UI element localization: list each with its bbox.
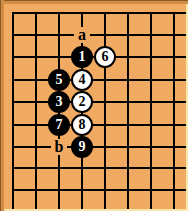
- grid-line-horizontal-5: [12, 101, 186, 103]
- board-cut-edge-bottom: [4, 209, 188, 211]
- grid-line-horizontal-4: [12, 79, 186, 81]
- board-frame-left: [0, 0, 4, 211]
- black-stone-5-c16: 5: [48, 69, 70, 91]
- grid-line-horizontal-7: [12, 146, 186, 148]
- grid-line-vertical-5: [104, 12, 106, 209]
- black-stone-9-d13: 9: [71, 136, 93, 158]
- grid-line-horizontal-6: [12, 124, 186, 126]
- grid-line-horizontal-2: [12, 34, 186, 36]
- grid-line-horizontal-8: [12, 167, 186, 169]
- grid-line-vertical-6: [127, 12, 129, 209]
- grid-line-vertical-8: [173, 12, 175, 209]
- go-board-diagram: ab 123456789: [0, 0, 188, 211]
- grid-line-vertical-1: [12, 12, 14, 209]
- white-stone-2-d15: 2: [71, 91, 93, 113]
- board-frame-top: [0, 0, 188, 4]
- grid-line-vertical-7: [150, 12, 152, 209]
- grid-line-vertical-2: [35, 12, 37, 209]
- black-stone-3-c15: 3: [48, 91, 70, 113]
- point-marker-a-d18: a: [74, 27, 90, 43]
- board-cut-edge-right: [186, 4, 188, 211]
- black-stone-1-d17: 1: [71, 46, 93, 68]
- white-stone-6-e17: 6: [94, 46, 116, 68]
- white-stone-4-d16: 4: [71, 69, 93, 91]
- black-stone-7-c14: 7: [48, 114, 70, 136]
- grid-line-horizontal-1: [12, 12, 186, 14]
- point-marker-b-c13: b: [51, 139, 67, 155]
- grid-line-horizontal-9: [12, 189, 186, 191]
- white-stone-8-d14: 8: [71, 114, 93, 136]
